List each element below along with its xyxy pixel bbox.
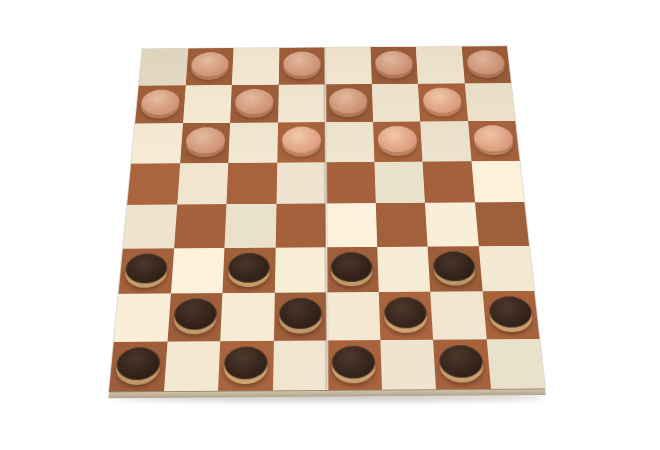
piece-dark[interactable] [331,252,373,282]
square-r3c2[interactable] [180,123,230,163]
piece-light[interactable] [329,88,367,113]
square-r4c5[interactable] [325,162,375,204]
square-r6c1[interactable] [119,248,174,294]
square-r8c4[interactable] [273,340,327,390]
square-r2c6[interactable] [371,83,420,121]
square-r5c2[interactable] [174,204,227,248]
piece-dark[interactable] [224,346,268,379]
square-r4c2[interactable] [177,163,229,205]
square-r5c1[interactable] [123,204,177,248]
square-r6c6[interactable] [377,246,430,292]
square-r7c7[interactable] [430,291,486,339]
piece-light[interactable] [423,87,463,112]
square-r6c2[interactable] [170,248,224,294]
piece-light[interactable] [473,125,514,151]
piece-light[interactable] [140,89,180,114]
square-r6c5[interactable] [326,247,378,293]
piece-dark[interactable] [433,251,477,281]
piece-light[interactable] [466,50,505,74]
square-r2c4[interactable] [278,84,326,122]
square-r3c8[interactable] [468,121,520,161]
square-r7c2[interactable] [167,293,222,341]
checkers-board[interactable] [109,46,545,391]
square-r5c8[interactable] [475,202,529,246]
square-r2c8[interactable] [464,83,515,121]
square-r2c3[interactable] [230,84,278,122]
square-r6c3[interactable] [222,247,275,293]
square-r3c1[interactable] [131,123,182,163]
square-r3c6[interactable] [373,121,423,161]
square-r1c3[interactable] [232,48,279,85]
square-r1c6[interactable] [370,47,418,84]
square-r7c3[interactable] [220,293,274,341]
board-grid [109,46,545,391]
photo-canvas [0,0,660,450]
piece-dark[interactable] [383,297,427,329]
square-r2c2[interactable] [183,85,232,123]
square-r4c7[interactable] [422,161,474,203]
square-r1c4[interactable] [278,48,325,85]
square-r5c5[interactable] [326,203,377,247]
square-r8c2[interactable] [164,341,221,391]
piece-dark[interactable] [439,345,485,378]
piece-dark[interactable] [228,252,270,282]
square-r2c7[interactable] [418,83,468,121]
square-r3c7[interactable] [420,121,471,161]
square-r5c4[interactable] [275,203,326,247]
square-r7c1[interactable] [114,293,171,341]
square-r7c5[interactable] [326,292,380,340]
square-r3c5[interactable] [325,122,374,162]
square-r4c1[interactable] [127,163,180,205]
square-r3c4[interactable] [277,122,326,162]
piece-light[interactable] [375,51,413,75]
square-r7c8[interactable] [482,291,539,339]
square-r8c3[interactable] [218,340,273,390]
piece-light[interactable] [190,52,229,76]
piece-dark[interactable] [488,296,533,328]
square-r5c6[interactable] [375,203,427,247]
square-r6c7[interactable] [428,246,483,292]
square-r1c1[interactable] [139,48,188,85]
piece-dark[interactable] [332,345,376,378]
piece-dark[interactable] [124,253,168,283]
square-r5c3[interactable] [224,204,276,248]
square-r7c4[interactable] [273,292,326,340]
square-r1c8[interactable] [461,46,511,83]
square-r5c7[interactable] [425,202,478,246]
piece-dark[interactable] [115,347,161,380]
square-r6c4[interactable] [274,247,326,293]
piece-light[interactable] [283,52,320,76]
piece-light[interactable] [235,89,274,114]
square-r4c3[interactable] [226,162,276,204]
square-r1c5[interactable] [325,47,372,84]
piece-light[interactable] [377,126,417,152]
square-r4c8[interactable] [471,161,524,203]
square-r8c5[interactable] [327,340,382,390]
square-r2c1[interactable] [135,85,185,123]
piece-light[interactable] [282,127,321,153]
square-r8c7[interactable] [433,339,490,389]
piece-light[interactable] [185,127,225,153]
square-r4c4[interactable] [276,162,326,204]
square-r1c7[interactable] [416,47,465,84]
square-r3c3[interactable] [228,122,277,162]
piece-dark[interactable] [173,299,217,331]
square-r2c5[interactable] [325,84,373,122]
square-r6c8[interactable] [478,245,534,291]
square-r4c6[interactable] [374,161,425,203]
square-r8c8[interactable] [486,339,545,389]
square-r8c1[interactable] [109,341,167,391]
square-r7c6[interactable] [378,292,433,340]
square-r1c2[interactable] [185,48,233,85]
square-r8c6[interactable] [380,339,436,389]
piece-dark[interactable] [279,298,322,330]
